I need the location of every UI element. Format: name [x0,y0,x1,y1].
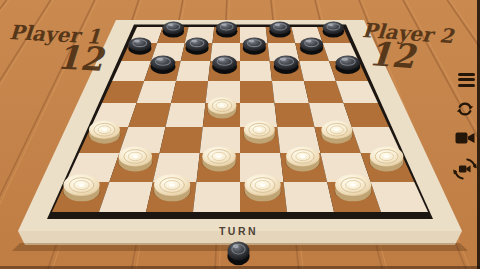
square-r5c3[interactable] [166,103,206,127]
black-piece[interactable] [162,22,184,38]
restart-icon[interactable] [455,99,475,123]
square-r3c3[interactable] [176,61,210,81]
square-r8c4[interactable] [193,182,240,212]
white-piece[interactable] [63,174,101,201]
white-piece[interactable] [369,146,404,171]
black-piece[interactable] [300,38,324,55]
black-piece[interactable] [185,38,209,55]
white-piece[interactable] [334,174,372,201]
turn-label: TURN [185,225,292,237]
square-r4c6[interactable] [272,81,309,103]
square-r4c5[interactable] [240,81,274,103]
black-piece[interactable] [322,22,344,38]
camera-icon[interactable] [455,130,475,150]
square-r6c3[interactable] [160,127,203,153]
player2-piece-count: 12 [368,37,416,73]
menu-icon[interactable] [458,73,475,87]
black-piece[interactable] [212,55,238,73]
white-piece[interactable] [202,146,237,171]
player1-piece-count: 12 [6,38,104,76]
white-piece[interactable] [207,97,237,119]
white-piece[interactable] [118,146,153,171]
white-piece[interactable] [153,174,191,201]
white-piece[interactable] [285,146,320,171]
white-piece[interactable] [243,120,275,143]
black-piece[interactable] [269,22,291,38]
white-piece[interactable] [88,120,120,143]
black-piece[interactable] [150,55,176,73]
screen-bottom-shadow [0,266,480,269]
game-screen: Player 1 12 Player 2 12 TURN [0,0,480,269]
white-piece[interactable] [244,174,282,201]
black-piece[interactable] [273,55,299,73]
square-r5c6[interactable] [274,103,314,127]
square-r3c5[interactable] [240,61,272,81]
white-piece[interactable] [321,120,353,143]
square-r4c3[interactable] [171,81,208,103]
black-piece[interactable] [242,38,266,55]
turn-indicator-piece[interactable] [227,242,250,266]
rotate-camera-icon[interactable] [452,155,478,187]
square-r8c6[interactable] [284,182,334,212]
black-piece[interactable] [128,38,152,55]
black-piece[interactable] [216,22,238,38]
black-piece[interactable] [335,55,361,73]
